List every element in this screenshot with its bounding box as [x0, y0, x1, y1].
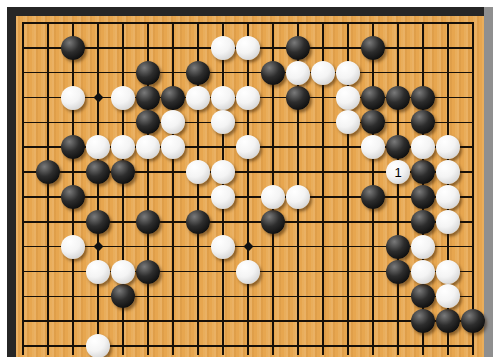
- stone-white[interactable]: [436, 260, 460, 284]
- stone-white[interactable]: [61, 235, 85, 259]
- grid-horizontal-line: [22, 320, 474, 322]
- move-number-label: 1: [394, 166, 401, 179]
- stone-black[interactable]: [286, 86, 310, 110]
- stone-black[interactable]: [361, 86, 385, 110]
- stone-black[interactable]: [361, 185, 385, 209]
- stone-black[interactable]: [111, 284, 135, 308]
- grid-horizontal-line: [22, 72, 474, 74]
- stone-white[interactable]: [211, 36, 235, 60]
- stone-white[interactable]: [311, 61, 335, 85]
- stone-white[interactable]: [136, 135, 160, 159]
- stone-black[interactable]: [136, 86, 160, 110]
- stone-white[interactable]: [111, 86, 135, 110]
- grid-horizontal-line: [22, 22, 474, 24]
- stone-black[interactable]: [111, 160, 135, 184]
- star-point: [243, 242, 253, 252]
- stone-white[interactable]: [436, 210, 460, 234]
- stone-white[interactable]: [86, 334, 110, 357]
- stone-black[interactable]: [286, 36, 310, 60]
- go-board[interactable]: 1: [16, 16, 484, 357]
- stone-black[interactable]: [161, 86, 185, 110]
- stone-black[interactable]: [136, 110, 160, 134]
- stone-black[interactable]: [411, 309, 435, 333]
- board-frame-right-edge: [484, 7, 493, 357]
- stone-black[interactable]: [436, 309, 460, 333]
- stone-white[interactable]: [211, 160, 235, 184]
- stone-black[interactable]: [261, 61, 285, 85]
- stone-black[interactable]: [386, 235, 410, 259]
- star-point: [93, 93, 103, 103]
- stone-black[interactable]: [186, 61, 210, 85]
- stone-black[interactable]: [461, 309, 485, 333]
- stone-white[interactable]: [211, 86, 235, 110]
- stone-white[interactable]: [436, 160, 460, 184]
- stone-white[interactable]: [236, 86, 260, 110]
- stone-black[interactable]: [411, 210, 435, 234]
- stone-black[interactable]: [61, 185, 85, 209]
- stone-white[interactable]: [161, 110, 185, 134]
- stone-black[interactable]: [136, 61, 160, 85]
- stone-white[interactable]: [211, 235, 235, 259]
- stone-white[interactable]: [86, 135, 110, 159]
- stone-black[interactable]: [411, 160, 435, 184]
- stone-white[interactable]: [411, 235, 435, 259]
- stone-white[interactable]: 1: [386, 160, 410, 184]
- star-point: [93, 242, 103, 252]
- stone-white[interactable]: [411, 260, 435, 284]
- stone-black[interactable]: [361, 36, 385, 60]
- stone-white[interactable]: [436, 284, 460, 308]
- stone-white[interactable]: [336, 86, 360, 110]
- stone-white[interactable]: [286, 185, 310, 209]
- stone-black[interactable]: [386, 86, 410, 110]
- stone-white[interactable]: [361, 135, 385, 159]
- stone-black[interactable]: [136, 260, 160, 284]
- stone-black[interactable]: [411, 86, 435, 110]
- stone-white[interactable]: [236, 36, 260, 60]
- stone-white[interactable]: [261, 185, 285, 209]
- stone-black[interactable]: [411, 110, 435, 134]
- stone-white[interactable]: [211, 110, 235, 134]
- stone-white[interactable]: [211, 185, 235, 209]
- stone-white[interactable]: [236, 135, 260, 159]
- stone-black[interactable]: [386, 260, 410, 284]
- stone-white[interactable]: [411, 135, 435, 159]
- stone-black[interactable]: [86, 210, 110, 234]
- stone-white[interactable]: [111, 260, 135, 284]
- stone-black[interactable]: [411, 185, 435, 209]
- stone-black[interactable]: [86, 160, 110, 184]
- stone-white[interactable]: [236, 260, 260, 284]
- stone-black[interactable]: [186, 210, 210, 234]
- stone-white[interactable]: [436, 135, 460, 159]
- stone-black[interactable]: [261, 210, 285, 234]
- stone-black[interactable]: [361, 110, 385, 134]
- stone-white[interactable]: [186, 86, 210, 110]
- grid-horizontal-line: [22, 122, 474, 124]
- stone-white[interactable]: [336, 110, 360, 134]
- stone-white[interactable]: [186, 160, 210, 184]
- stone-white[interactable]: [111, 135, 135, 159]
- stone-white[interactable]: [61, 86, 85, 110]
- stone-black[interactable]: [411, 284, 435, 308]
- stone-white[interactable]: [161, 135, 185, 159]
- grid-horizontal-line: [22, 296, 474, 298]
- screenshot: 1: [0, 0, 500, 357]
- stone-black[interactable]: [136, 210, 160, 234]
- stone-white[interactable]: [86, 260, 110, 284]
- stone-white[interactable]: [436, 185, 460, 209]
- stone-black[interactable]: [386, 135, 410, 159]
- stone-black[interactable]: [36, 160, 60, 184]
- grid-horizontal-line: [22, 196, 474, 198]
- stone-black[interactable]: [61, 135, 85, 159]
- stone-white[interactable]: [286, 61, 310, 85]
- stone-white[interactable]: [336, 61, 360, 85]
- stone-black[interactable]: [61, 36, 85, 60]
